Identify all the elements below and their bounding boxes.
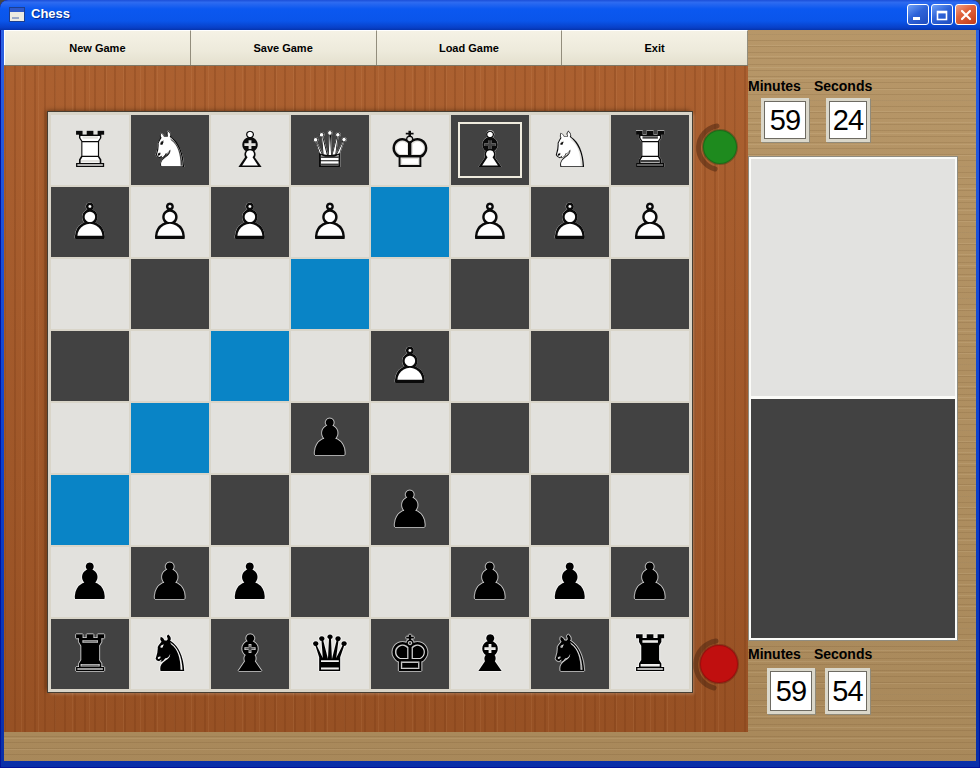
square-h1[interactable]: ♜♖ <box>611 115 689 185</box>
minimize-icon <box>912 9 924 21</box>
square-b6[interactable] <box>131 475 209 545</box>
black-pawn[interactable]: ♟ <box>460 547 520 617</box>
square-e5[interactable] <box>371 403 449 473</box>
square-e2[interactable] <box>371 187 449 257</box>
square-h7[interactable]: ♟ <box>611 547 689 617</box>
bottom-seconds-label: Seconds <box>814 646 872 662</box>
black-pawn[interactable]: ♟ <box>60 547 120 617</box>
square-a8[interactable]: ♜ <box>51 619 129 689</box>
square-e8[interactable]: ♚ <box>371 619 449 689</box>
white-rook[interactable]: ♜♖ <box>60 115 120 185</box>
player-tray-panel <box>749 157 957 640</box>
square-f4[interactable] <box>451 331 529 401</box>
square-b8[interactable]: ♞ <box>131 619 209 689</box>
square-c1[interactable]: ♝♗ <box>211 115 289 185</box>
bottom-minutes-value: 59 <box>770 671 812 711</box>
square-b5[interactable] <box>131 403 209 473</box>
black-rook[interactable]: ♜ <box>620 619 680 689</box>
white-pawn[interactable]: ♟♙ <box>380 331 440 401</box>
white-pawn[interactable]: ♟♙ <box>540 187 600 257</box>
black-knight[interactable]: ♞ <box>140 619 200 689</box>
square-a1[interactable]: ♜♖ <box>51 115 129 185</box>
square-h4[interactable] <box>611 331 689 401</box>
black-rook[interactable]: ♜ <box>60 619 120 689</box>
square-e7[interactable] <box>371 547 449 617</box>
white-queen[interactable]: ♛♕ <box>300 115 360 185</box>
square-b1[interactable]: ♞♘ <box>131 115 209 185</box>
white-bishop[interactable]: ♝♗ <box>220 115 280 185</box>
piece-outline: ♙ <box>380 331 440 401</box>
piece-outline: ♙ <box>620 187 680 257</box>
chess-app-window: Chess New Game Save Game Load Game Exit … <box>0 0 980 768</box>
bottom-seconds-value: 54 <box>828 671 867 711</box>
square-f6[interactable] <box>451 475 529 545</box>
square-g6[interactable] <box>531 475 609 545</box>
black-pawn[interactable]: ♟ <box>140 547 200 617</box>
piece-outline: ♘ <box>140 115 200 185</box>
square-h3[interactable] <box>611 259 689 329</box>
minimize-button[interactable] <box>907 4 929 25</box>
square-f8[interactable]: ♝ <box>451 619 529 689</box>
white-pawn[interactable]: ♟♙ <box>220 187 280 257</box>
piece-outline: ♗ <box>460 115 520 185</box>
square-a4[interactable] <box>51 331 129 401</box>
save-game-button[interactable]: Save Game <box>191 30 377 65</box>
square-h5[interactable] <box>611 403 689 473</box>
black-king[interactable]: ♚ <box>380 619 440 689</box>
square-a2[interactable]: ♟♙ <box>51 187 129 257</box>
white-pawn[interactable]: ♟♙ <box>60 187 120 257</box>
square-d7[interactable] <box>291 547 369 617</box>
square-g1[interactable]: ♞♘ <box>531 115 609 185</box>
top-seconds-value: 24 <box>829 101 867 139</box>
window-title: Chess <box>31 6 70 21</box>
top-timer-labels: Minutes Seconds <box>748 78 872 94</box>
square-c2[interactable]: ♟♙ <box>211 187 289 257</box>
chess-board: ♜♖♞♘♝♗♛♕♚♔♝♗♞♘♜♖♟♙♟♙♟♙♟♙♟♙♟♙♟♙♟♙♟♟♟♟♟♟♟♟… <box>48 112 692 692</box>
square-d5[interactable]: ♟ <box>291 403 369 473</box>
top-minutes-label: Minutes <box>748 78 801 94</box>
white-bishop[interactable]: ♝♗ <box>460 115 520 185</box>
black-turn-indicator-light <box>691 636 747 692</box>
piece-outline: ♗ <box>220 115 280 185</box>
square-f5[interactable] <box>451 403 529 473</box>
white-pawn[interactable]: ♟♙ <box>300 187 360 257</box>
square-e4[interactable]: ♟♙ <box>371 331 449 401</box>
title-bar[interactable]: Chess <box>0 0 980 30</box>
square-b3[interactable] <box>131 259 209 329</box>
piece-outline: ♙ <box>300 187 360 257</box>
square-d3[interactable] <box>291 259 369 329</box>
exit-button[interactable]: Exit <box>562 30 748 65</box>
square-d1[interactable]: ♛♕ <box>291 115 369 185</box>
bottom-minutes-label: Minutes <box>748 646 801 662</box>
black-pawn[interactable]: ♟ <box>380 475 440 545</box>
square-b2[interactable]: ♟♙ <box>131 187 209 257</box>
square-g2[interactable]: ♟♙ <box>531 187 609 257</box>
piece-outline: ♘ <box>540 115 600 185</box>
square-d8[interactable]: ♛ <box>291 619 369 689</box>
square-c8[interactable]: ♝ <box>211 619 289 689</box>
white-tray <box>751 159 955 396</box>
client-area: New Game Save Game Load Game Exit ♜♖♞♘♝♗… <box>4 30 976 761</box>
black-queen[interactable]: ♛ <box>300 619 360 689</box>
square-c7[interactable]: ♟ <box>211 547 289 617</box>
square-c4[interactable] <box>211 331 289 401</box>
black-pawn[interactable]: ♟ <box>300 403 360 473</box>
white-pawn[interactable]: ♟♙ <box>620 187 680 257</box>
square-f7[interactable]: ♟ <box>451 547 529 617</box>
square-h6[interactable] <box>611 475 689 545</box>
black-bishop[interactable]: ♝ <box>460 619 520 689</box>
black-pawn[interactable]: ♟ <box>220 547 280 617</box>
square-a5[interactable] <box>51 403 129 473</box>
top-seconds-label: Seconds <box>814 78 872 94</box>
white-turn-indicator-light <box>694 121 746 173</box>
square-e3[interactable] <box>371 259 449 329</box>
square-e1[interactable]: ♚♔ <box>371 115 449 185</box>
piece-outline: ♙ <box>60 187 120 257</box>
piece-outline: ♙ <box>220 187 280 257</box>
square-d6[interactable] <box>291 475 369 545</box>
square-g3[interactable] <box>531 259 609 329</box>
piece-outline: ♙ <box>460 187 520 257</box>
square-a3[interactable] <box>51 259 129 329</box>
piece-outline: ♙ <box>540 187 600 257</box>
load-game-button[interactable]: Load Game <box>377 30 563 65</box>
square-f3[interactable] <box>451 259 529 329</box>
white-pawn[interactable]: ♟♙ <box>140 187 200 257</box>
maximize-button[interactable] <box>931 4 953 25</box>
black-pawn[interactable]: ♟ <box>540 547 600 617</box>
window-controls <box>907 4 977 25</box>
close-icon <box>960 9 972 21</box>
square-h8[interactable]: ♜ <box>611 619 689 689</box>
square-h2[interactable]: ♟♙ <box>611 187 689 257</box>
white-knight[interactable]: ♞♘ <box>140 115 200 185</box>
piece-outline: ♕ <box>300 115 360 185</box>
square-d2[interactable]: ♟♙ <box>291 187 369 257</box>
white-king[interactable]: ♚♔ <box>380 115 440 185</box>
square-d4[interactable] <box>291 331 369 401</box>
black-bishop[interactable]: ♝ <box>220 619 280 689</box>
square-c3[interactable] <box>211 259 289 329</box>
white-rook[interactable]: ♜♖ <box>620 115 680 185</box>
square-g4[interactable] <box>531 331 609 401</box>
square-g5[interactable] <box>531 403 609 473</box>
close-button[interactable] <box>955 4 977 25</box>
white-knight[interactable]: ♞♘ <box>540 115 600 185</box>
app-icon <box>9 7 25 22</box>
top-minutes-value: 59 <box>764 101 806 139</box>
square-a6[interactable] <box>51 475 129 545</box>
square-c5[interactable] <box>211 403 289 473</box>
square-b7[interactable]: ♟ <box>131 547 209 617</box>
piece-outline: ♖ <box>620 115 680 185</box>
piece-outline: ♖ <box>60 115 120 185</box>
white-pawn[interactable]: ♟♙ <box>460 187 520 257</box>
square-b4[interactable] <box>131 331 209 401</box>
bottom-timer-labels: Minutes Seconds <box>748 646 872 662</box>
black-pawn[interactable]: ♟ <box>620 547 680 617</box>
square-g7[interactable]: ♟ <box>531 547 609 617</box>
square-g8[interactable]: ♞ <box>531 619 609 689</box>
new-game-button[interactable]: New Game <box>4 30 191 65</box>
square-f2[interactable]: ♟♙ <box>451 187 529 257</box>
square-e6[interactable]: ♟ <box>371 475 449 545</box>
piece-outline: ♙ <box>140 187 200 257</box>
square-f1[interactable]: ♝♗ <box>451 115 529 185</box>
maximize-icon <box>936 9 948 21</box>
black-tray <box>751 399 955 638</box>
square-a7[interactable]: ♟ <box>51 547 129 617</box>
black-knight[interactable]: ♞ <box>540 619 600 689</box>
menu-bar: New Game Save Game Load Game Exit <box>4 30 748 66</box>
piece-outline: ♔ <box>380 115 440 185</box>
square-c6[interactable] <box>211 475 289 545</box>
